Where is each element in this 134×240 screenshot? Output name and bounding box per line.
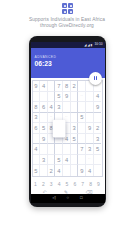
keypad-2[interactable]: 2 — [42, 181, 45, 187]
back-icon[interactable]: ◁ — [52, 196, 55, 200]
wifi-icon: ◢ — [84, 44, 86, 47]
cell-r3c8[interactable] — [86, 102, 94, 113]
cell-r8c3[interactable] — [48, 155, 56, 166]
cell-r3c6[interactable] — [71, 102, 79, 113]
cell-r7c8[interactable]: 3 — [86, 144, 94, 155]
home-icon[interactable]: ○ — [67, 196, 70, 200]
selected-cell-r5c4[interactable] — [53, 120, 65, 137]
keypad-8[interactable]: 8 — [89, 181, 92, 187]
cell-r6c2[interactable]: 9 — [40, 134, 48, 145]
cell-r2c3[interactable] — [48, 92, 56, 103]
cell-r2c4[interactable]: 5 — [55, 92, 63, 103]
status-time: 10:10 — [95, 43, 103, 46]
timer: 06:23 — [35, 60, 52, 67]
cell-r2c8[interactable] — [86, 92, 94, 103]
cell-r3c4[interactable]: 3 — [55, 102, 63, 113]
logo-tile — [68, 9, 73, 14]
cell-r7c3[interactable] — [48, 144, 56, 155]
cell-r9c5[interactable] — [63, 165, 71, 176]
pause-icon — [96, 76, 97, 81]
cell-r6c1[interactable] — [33, 134, 41, 145]
cell-r4c1[interactable]: 3 — [33, 113, 41, 124]
cell-r6c9[interactable]: 3 — [94, 134, 102, 145]
app-logo — [62, 3, 73, 14]
phone-screen: ◢ ◢ ▮ 10:10 ADVANCED 06:23 9478259··4864… — [31, 42, 105, 203]
keypad-9[interactable]: 9 — [97, 181, 100, 187]
logo-tile — [62, 3, 67, 8]
cell-r7c7[interactable]: 7 — [78, 144, 86, 155]
keypad-5[interactable]: 5 — [66, 181, 69, 187]
cell-r4c9[interactable] — [94, 113, 102, 124]
cell-r9c3[interactable]: 2 — [48, 165, 56, 176]
cell-r6c6[interactable]: 5 — [71, 134, 79, 145]
caption-line2: through GiveDirectly.org — [0, 23, 134, 29]
cell-r5c7[interactable] — [78, 123, 86, 134]
cell-r9c1[interactable]: 5 — [33, 165, 41, 176]
cell-r8c5[interactable]: 4 — [63, 155, 71, 166]
page: Supports Individuals in East Africa thro… — [0, 0, 134, 240]
caption: Supports Individuals in East Africa thro… — [0, 17, 134, 29]
cell-r3c2[interactable]: 6 — [40, 102, 48, 113]
signal-icon: ◢ — [88, 44, 90, 47]
cell-r1c1[interactable]: 9 — [33, 81, 41, 92]
cell-r2c9[interactable]: 4 — [94, 92, 102, 103]
cell-r2c6[interactable] — [71, 92, 79, 103]
cell-r2c1[interactable] — [33, 92, 41, 103]
cell-r9c9[interactable] — [94, 165, 102, 176]
cell-r6c7[interactable] — [78, 134, 86, 145]
cell-r4c2[interactable] — [40, 113, 48, 124]
cell-r5c9[interactable]: 2 — [94, 123, 102, 134]
cell-r2c5[interactable]: 9 — [63, 92, 71, 103]
cell-r1c5[interactable]: 8 — [63, 81, 71, 92]
cell-r8c7[interactable] — [78, 155, 86, 166]
cell-r8c9[interactable] — [94, 155, 102, 166]
cell-r1c7[interactable] — [78, 81, 86, 92]
cell-r6c8[interactable] — [86, 134, 94, 145]
cell-r9c4[interactable]: 4 — [55, 165, 63, 176]
sudoku-grid[interactable]: 9478259··4864393····565839294534735354··… — [32, 80, 103, 177]
keypad-3[interactable]: 3 — [50, 181, 53, 187]
cell-r7c6[interactable] — [71, 144, 79, 155]
cell-r5c8[interactable]: 9 — [86, 123, 94, 134]
cell-r9c2[interactable] — [40, 165, 48, 176]
cell-r5c2[interactable]: 5 — [40, 123, 48, 134]
phone-mockup: ◢ ◢ ▮ 10:10 ADVANCED 06:23 9478259··4864… — [29, 36, 106, 207]
keypad-6[interactable]: 6 — [73, 181, 76, 187]
cell-r4c7[interactable]: 5 — [78, 113, 86, 124]
cell-r2c7[interactable]: ·· — [78, 92, 86, 103]
cell-r9c8[interactable]: 4 — [86, 165, 94, 176]
cell-r1c6[interactable]: 2 — [71, 81, 79, 92]
cell-r7c9[interactable]: 5 — [94, 144, 102, 155]
recents-icon[interactable]: □ — [80, 196, 83, 200]
logo-tile — [68, 3, 73, 8]
cell-r3c1[interactable]: 8 — [33, 102, 41, 113]
keypad-7[interactable]: 7 — [81, 181, 84, 187]
battery-icon: ▮ — [91, 44, 93, 47]
cell-r7c5[interactable] — [63, 144, 71, 155]
cell-r1c2[interactable]: 4 — [40, 81, 48, 92]
cell-r4c8[interactable] — [86, 113, 94, 124]
cell-r1c3[interactable] — [48, 81, 56, 92]
cell-r1c4[interactable]: 7 — [55, 81, 63, 92]
cell-r8c8[interactable]: ·· — [86, 155, 94, 166]
android-nav-bar[interactable]: ◁○□ — [31, 194, 105, 203]
keypad-1[interactable]: 1 — [34, 181, 37, 187]
cell-r7c1[interactable]: 4 — [33, 144, 41, 155]
keypad-4[interactable]: 4 — [58, 181, 61, 187]
cell-r2c2[interactable] — [40, 92, 48, 103]
cell-r5c6[interactable]: 3 — [71, 123, 79, 134]
cell-r9c7[interactable]: 9 — [78, 165, 86, 176]
cell-r3c9[interactable]: 9 — [94, 102, 102, 113]
cell-r8c6[interactable] — [71, 155, 79, 166]
cell-r8c4[interactable]: 5 — [55, 155, 63, 166]
pause-icon — [94, 76, 95, 81]
cell-r7c2[interactable] — [40, 144, 48, 155]
cell-r7c4[interactable] — [55, 144, 63, 155]
cell-r3c3[interactable]: 4 — [48, 102, 56, 113]
cell-r4c6[interactable] — [71, 113, 79, 124]
pause-fab[interactable] — [89, 72, 102, 85]
cell-r3c5[interactable] — [63, 102, 71, 113]
cell-r5c1[interactable]: 6 — [33, 123, 41, 134]
difficulty-label: ADVANCED — [35, 55, 57, 59]
cell-r8c2[interactable]: 3 — [40, 155, 48, 166]
cell-r9c6[interactable] — [71, 165, 79, 176]
logo-tile — [62, 9, 67, 14]
cell-r3c7[interactable] — [78, 102, 86, 113]
cell-r8c1[interactable] — [33, 155, 41, 166]
